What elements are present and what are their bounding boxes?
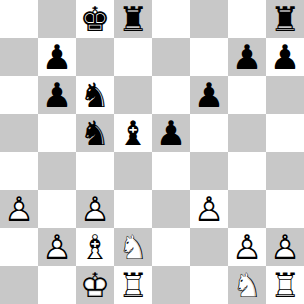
piece-bP-g7: ♟ [228,38,266,76]
piece-wP-f3: ♙ [190,190,228,228]
square-b8[interactable] [38,0,76,38]
square-b5[interactable] [38,114,76,152]
piece-wR-d1-fill: ♜ [114,266,152,304]
square-d4[interactable] [114,152,152,190]
piece-bP-h7: ♟ [266,38,304,76]
piece-wP-b2: ♙ [38,228,76,266]
square-h7[interactable]: ♟ [266,38,304,76]
square-a5[interactable] [0,114,38,152]
square-a6[interactable] [0,76,38,114]
square-d3[interactable] [114,190,152,228]
square-d7[interactable] [114,38,152,76]
square-b6[interactable]: ♟ [38,76,76,114]
piece-wR-d1: ♖ [114,266,152,304]
square-h1[interactable]: ♜♖ [266,266,304,304]
piece-wN-g1: ♘ [228,266,266,304]
square-f1[interactable] [190,266,228,304]
piece-wN-d2-fill: ♞ [114,228,152,266]
square-g8[interactable] [228,0,266,38]
square-b4[interactable] [38,152,76,190]
square-c5[interactable]: ♞ [76,114,114,152]
square-a3[interactable]: ♟♙ [0,190,38,228]
piece-wR-h1: ♖ [266,266,304,304]
square-d5[interactable]: ♝ [114,114,152,152]
square-a4[interactable] [0,152,38,190]
piece-wP-c3: ♙ [76,190,114,228]
piece-bP-b7: ♟ [38,38,76,76]
square-h6[interactable] [266,76,304,114]
piece-bP-e5: ♟ [152,114,190,152]
square-f2[interactable] [190,228,228,266]
square-e4[interactable] [152,152,190,190]
square-f8[interactable] [190,0,228,38]
square-e1[interactable] [152,266,190,304]
square-h4[interactable] [266,152,304,190]
piece-wP-a3-fill: ♟ [0,190,38,228]
square-g6[interactable] [228,76,266,114]
square-d6[interactable] [114,76,152,114]
square-h5[interactable] [266,114,304,152]
square-d8[interactable]: ♜ [114,0,152,38]
square-h2[interactable]: ♟♙ [266,228,304,266]
piece-wP-h2: ♙ [266,228,304,266]
square-a2[interactable] [0,228,38,266]
square-g1[interactable]: ♞♘ [228,266,266,304]
square-h3[interactable] [266,190,304,228]
piece-wK-c1: ♔ [76,266,114,304]
piece-bR-d8: ♜ [114,0,152,38]
chess-diagram: ♚♜♜♟♟♟♟♞♟♞♝♟♟♙♟♙♟♙♟♙♝♗♞♘♟♙♟♙♚♔♜♖♞♘♜♖ [0,0,304,304]
square-c1[interactable]: ♚♔ [76,266,114,304]
piece-wB-c2-fill: ♝ [76,228,114,266]
piece-bP-b6: ♟ [38,76,76,114]
piece-bR-h8: ♜ [266,0,304,38]
piece-bK-c8: ♚ [76,0,114,38]
square-c2[interactable]: ♝♗ [76,228,114,266]
piece-bB-d5: ♝ [114,114,152,152]
piece-bN-c6: ♞ [76,76,114,114]
piece-wP-g2: ♙ [228,228,266,266]
square-g2[interactable]: ♟♙ [228,228,266,266]
piece-wP-b2-fill: ♟ [38,228,76,266]
piece-bP-f6: ♟ [190,76,228,114]
square-b1[interactable] [38,266,76,304]
piece-wN-d2: ♘ [114,228,152,266]
piece-wP-c3-fill: ♟ [76,190,114,228]
square-f4[interactable] [190,152,228,190]
piece-wK-c1-fill: ♚ [76,266,114,304]
piece-wR-h1-fill: ♜ [266,266,304,304]
square-b3[interactable] [38,190,76,228]
square-g5[interactable] [228,114,266,152]
square-a8[interactable] [0,0,38,38]
square-g4[interactable] [228,152,266,190]
piece-wP-a3: ♙ [0,190,38,228]
square-d2[interactable]: ♞♘ [114,228,152,266]
square-f6[interactable]: ♟ [190,76,228,114]
square-c8[interactable]: ♚ [76,0,114,38]
square-e6[interactable] [152,76,190,114]
square-b2[interactable]: ♟♙ [38,228,76,266]
square-e3[interactable] [152,190,190,228]
piece-wP-g2-fill: ♟ [228,228,266,266]
square-f5[interactable] [190,114,228,152]
square-b7[interactable]: ♟ [38,38,76,76]
square-c6[interactable]: ♞ [76,76,114,114]
square-e7[interactable] [152,38,190,76]
square-c7[interactable] [76,38,114,76]
piece-wP-f3-fill: ♟ [190,190,228,228]
square-a1[interactable] [0,266,38,304]
piece-wB-c2: ♗ [76,228,114,266]
chess-board: ♚♜♜♟♟♟♟♞♟♞♝♟♟♙♟♙♟♙♟♙♝♗♞♘♟♙♟♙♚♔♜♖♞♘♜♖ [0,0,304,304]
piece-wN-g1-fill: ♞ [228,266,266,304]
piece-wP-h2-fill: ♟ [266,228,304,266]
square-f3[interactable]: ♟♙ [190,190,228,228]
square-e5[interactable]: ♟ [152,114,190,152]
square-h8[interactable]: ♜ [266,0,304,38]
square-c4[interactable] [76,152,114,190]
piece-bN-c5: ♞ [76,114,114,152]
square-d1[interactable]: ♜♖ [114,266,152,304]
square-a7[interactable] [0,38,38,76]
square-e2[interactable] [152,228,190,266]
square-e8[interactable] [152,0,190,38]
square-c3[interactable]: ♟♙ [76,190,114,228]
square-g7[interactable]: ♟ [228,38,266,76]
square-g3[interactable] [228,190,266,228]
square-f7[interactable] [190,38,228,76]
